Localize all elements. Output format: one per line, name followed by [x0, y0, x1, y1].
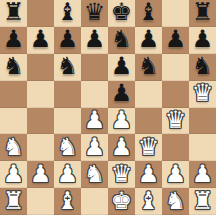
piece-white-queen[interactable]: ♛: [138, 135, 160, 159]
square-b5[interactable]: [27, 81, 54, 108]
square-c5[interactable]: [54, 81, 81, 108]
chess-board: ♜♝♛♚♝♜♟♟♟♟♞♟♟♟♞♞♟♞♞♟♛♟♟♛♞♞♟♟♛♟♟♟♞♛♟♟♟♜♝♚…: [0, 0, 216, 215]
piece-black-pawn[interactable]: ♟: [192, 27, 214, 51]
square-e2[interactable]: ♛: [108, 161, 135, 188]
square-d5[interactable]: [81, 81, 108, 108]
piece-white-bishop[interactable]: ♝: [57, 189, 79, 213]
square-d4[interactable]: ♟: [81, 108, 108, 135]
square-e7[interactable]: ♞: [108, 27, 135, 54]
square-e6[interactable]: ♟: [108, 54, 135, 81]
piece-white-queen[interactable]: ♛: [192, 81, 214, 105]
piece-black-pawn[interactable]: ♟: [84, 27, 106, 51]
square-c8[interactable]: ♝: [54, 0, 81, 27]
square-g6[interactable]: [162, 54, 189, 81]
piece-white-queen[interactable]: ♛: [165, 108, 187, 132]
square-c3[interactable]: ♞: [54, 134, 81, 161]
square-e1[interactable]: ♚: [108, 188, 135, 215]
square-g5[interactable]: [162, 81, 189, 108]
square-d7[interactable]: ♟: [81, 27, 108, 54]
square-g8[interactable]: [162, 0, 189, 27]
square-g4[interactable]: ♛: [162, 108, 189, 135]
square-b1[interactable]: [27, 188, 54, 215]
square-f6[interactable]: ♞: [135, 54, 162, 81]
square-b7[interactable]: ♟: [27, 27, 54, 54]
square-f5[interactable]: [135, 81, 162, 108]
piece-white-rook[interactable]: ♜: [3, 189, 25, 213]
piece-white-rook[interactable]: ♜: [192, 189, 214, 213]
piece-black-rook[interactable]: ♜: [3, 0, 25, 24]
square-h7[interactable]: ♟: [189, 27, 216, 54]
square-h4[interactable]: [189, 108, 216, 135]
square-d6[interactable]: [81, 54, 108, 81]
square-e5[interactable]: ♟: [108, 81, 135, 108]
piece-black-pawn[interactable]: ♟: [3, 27, 25, 51]
square-d3[interactable]: ♟: [81, 134, 108, 161]
square-c4[interactable]: [54, 108, 81, 135]
piece-white-pawn[interactable]: ♟: [3, 162, 25, 186]
piece-black-knight[interactable]: ♞: [138, 54, 160, 78]
square-b4[interactable]: [27, 108, 54, 135]
square-e4[interactable]: ♟: [108, 108, 135, 135]
square-c1[interactable]: ♝: [54, 188, 81, 215]
square-c7[interactable]: ♟: [54, 27, 81, 54]
square-a8[interactable]: ♜: [0, 0, 27, 27]
square-b6[interactable]: [27, 54, 54, 81]
piece-white-pawn[interactable]: ♟: [165, 162, 187, 186]
piece-black-bishop[interactable]: ♝: [57, 0, 79, 24]
piece-white-pawn[interactable]: ♟: [57, 162, 79, 186]
square-h5[interactable]: ♛: [189, 81, 216, 108]
piece-white-pawn[interactable]: ♟: [111, 108, 133, 132]
square-e8[interactable]: ♚: [108, 0, 135, 27]
square-h8[interactable]: ♜: [189, 0, 216, 27]
piece-black-pawn[interactable]: ♟: [57, 27, 79, 51]
square-f7[interactable]: ♟: [135, 27, 162, 54]
piece-white-pawn[interactable]: ♟: [30, 162, 52, 186]
piece-white-pawn[interactable]: ♟: [138, 162, 160, 186]
piece-white-king[interactable]: ♚: [111, 189, 133, 213]
piece-black-knight[interactable]: ♞: [57, 54, 79, 78]
piece-black-rook[interactable]: ♜: [192, 0, 214, 24]
piece-black-pawn[interactable]: ♟: [111, 54, 133, 78]
square-a2[interactable]: ♟: [0, 161, 27, 188]
piece-black-knight[interactable]: ♞: [111, 27, 133, 51]
square-b2[interactable]: ♟: [27, 161, 54, 188]
piece-white-knight[interactable]: ♞: [57, 135, 79, 159]
square-a5[interactable]: [0, 81, 27, 108]
square-e3[interactable]: ♟: [108, 134, 135, 161]
piece-black-pawn[interactable]: ♟: [111, 81, 133, 105]
piece-white-pawn[interactable]: ♟: [192, 162, 214, 186]
piece-black-pawn[interactable]: ♟: [165, 27, 187, 51]
square-f1[interactable]: ♝: [135, 188, 162, 215]
square-g2[interactable]: ♟: [162, 161, 189, 188]
piece-black-knight[interactable]: ♞: [192, 54, 214, 78]
square-f2[interactable]: ♟: [135, 161, 162, 188]
piece-black-queen[interactable]: ♛: [84, 0, 106, 24]
square-a4[interactable]: [0, 108, 27, 135]
square-a7[interactable]: ♟: [0, 27, 27, 54]
piece-white-pawn[interactable]: ♟: [84, 135, 106, 159]
piece-white-pawn[interactable]: ♟: [111, 135, 133, 159]
square-h3[interactable]: [189, 134, 216, 161]
square-f4[interactable]: [135, 108, 162, 135]
square-h6[interactable]: ♞: [189, 54, 216, 81]
square-g1[interactable]: ♞: [162, 188, 189, 215]
square-g3[interactable]: [162, 134, 189, 161]
square-a3[interactable]: ♞: [0, 134, 27, 161]
piece-black-knight[interactable]: ♞: [3, 54, 25, 78]
square-a6[interactable]: ♞: [0, 54, 27, 81]
square-c2[interactable]: ♟: [54, 161, 81, 188]
square-h2[interactable]: ♟: [189, 161, 216, 188]
piece-white-pawn[interactable]: ♟: [84, 108, 106, 132]
square-g7[interactable]: ♟: [162, 27, 189, 54]
piece-white-bishop[interactable]: ♝: [138, 189, 160, 213]
piece-white-queen[interactable]: ♛: [111, 162, 133, 186]
piece-white-knight[interactable]: ♞: [3, 135, 25, 159]
piece-black-bishop[interactable]: ♝: [138, 0, 160, 24]
square-d8[interactable]: ♛: [81, 0, 108, 27]
piece-black-pawn[interactable]: ♟: [30, 27, 52, 51]
piece-white-knight[interactable]: ♞: [165, 189, 187, 213]
piece-black-king[interactable]: ♚: [111, 0, 133, 24]
square-b3[interactable]: [27, 134, 54, 161]
square-h1[interactable]: ♜: [189, 188, 216, 215]
piece-black-pawn[interactable]: ♟: [138, 27, 160, 51]
piece-white-knight[interactable]: ♞: [84, 162, 106, 186]
square-d1[interactable]: [81, 188, 108, 215]
square-a1[interactable]: ♜: [0, 188, 27, 215]
square-c6[interactable]: ♞: [54, 54, 81, 81]
square-d2[interactable]: ♞: [81, 161, 108, 188]
square-f8[interactable]: ♝: [135, 0, 162, 27]
square-f3[interactable]: ♛: [135, 134, 162, 161]
square-b8[interactable]: [27, 0, 54, 27]
